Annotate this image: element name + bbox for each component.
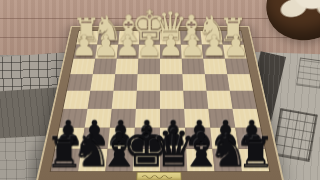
- square-h1: ♜: [76, 31, 99, 44]
- board-squares: ♜♞♝♚♛♝♞♜♟♟♟♟♟♟♟♟♟♟♟♟♟♟♟♟♜♞♝♚♛♝♞♜: [51, 31, 269, 171]
- square-a5: [230, 91, 257, 109]
- square-a3: [225, 59, 250, 74]
- white-rook: ♜: [219, 15, 248, 46]
- square-a7: ♟: [235, 128, 264, 149]
- square-g8: ♞: [78, 149, 108, 172]
- square-d2: ♟: [160, 44, 182, 58]
- brand-plaque: [136, 172, 182, 180]
- square-b2: ♟: [202, 44, 225, 58]
- square-f8: ♝: [105, 149, 133, 172]
- plaque-signature-squiggle: [140, 173, 178, 179]
- square-f6: [110, 108, 136, 127]
- square-d1: ♛: [160, 31, 181, 44]
- square-a6: [232, 108, 260, 127]
- square-g7: ♟: [82, 128, 110, 149]
- square-h5: [63, 91, 90, 109]
- square-b5: [206, 91, 232, 109]
- square-c2: ♟: [181, 44, 203, 58]
- chess-board: ♜♞♝♚♛♝♞♜♟♟♟♟♟♟♟♟♟♟♟♟♟♟♟♟♜♞♝♚♛♝♞♜: [35, 26, 285, 180]
- square-a1: ♜: [221, 31, 244, 44]
- square-a8: ♜: [238, 149, 269, 172]
- square-h3: [70, 59, 95, 74]
- photo-frame: ♜♞♝♚♛♝♞♜♟♟♟♟♟♟♟♟♟♟♟♟♟♟♟♟♜♞♝♚♛♝♞♜: [0, 0, 320, 180]
- square-a2: ♟: [223, 44, 247, 58]
- square-h6: [60, 108, 88, 127]
- square-b1: ♞: [200, 31, 222, 44]
- square-e3: [138, 59, 160, 74]
- square-c6: [184, 108, 210, 127]
- square-c4: [182, 74, 206, 91]
- square-e5: [136, 91, 160, 109]
- square-g3: [93, 59, 117, 74]
- square-h2: ♟: [73, 44, 97, 58]
- square-e7: ♟: [134, 128, 160, 149]
- rug-patch-grid-square: [296, 57, 320, 88]
- square-a4: [227, 74, 253, 91]
- square-c8: ♝: [186, 149, 214, 172]
- square-b4: [205, 74, 230, 91]
- square-e4: [137, 74, 160, 91]
- square-h4: [67, 74, 93, 91]
- square-c1: ♝: [180, 31, 202, 44]
- square-f2: ♟: [117, 44, 139, 58]
- square-b3: [203, 59, 227, 74]
- square-f1: ♝: [118, 31, 140, 44]
- square-e1: ♚: [139, 31, 160, 44]
- square-d6: [160, 108, 185, 127]
- square-b7: ♟: [210, 128, 238, 149]
- square-f4: [114, 74, 138, 91]
- square-e6: [135, 108, 160, 127]
- square-g6: [85, 108, 112, 127]
- board-scene: ♜♞♝♚♛♝♞♜♟♟♟♟♟♟♟♟♟♟♟♟♟♟♟♟♜♞♝♚♛♝♞♜: [35, 0, 285, 180]
- square-d4: [160, 74, 183, 91]
- square-b6: [208, 108, 235, 127]
- square-g5: [88, 91, 114, 109]
- square-d5: [160, 91, 184, 109]
- square-c7: ♟: [185, 128, 212, 149]
- square-g1: ♞: [97, 31, 119, 44]
- square-b8: ♞: [212, 149, 242, 172]
- square-g2: ♟: [95, 44, 118, 58]
- square-d3: [160, 59, 182, 74]
- square-e2: ♟: [138, 44, 160, 58]
- square-c5: [183, 91, 208, 109]
- square-h7: ♟: [55, 128, 84, 149]
- square-f3: [115, 59, 138, 74]
- square-d8: ♛: [160, 149, 187, 172]
- square-c3: [182, 59, 205, 74]
- square-e8: ♚: [133, 149, 160, 172]
- square-h8: ♜: [51, 149, 82, 172]
- square-f7: ♟: [108, 128, 135, 149]
- square-f5: [112, 91, 137, 109]
- square-d7: ♟: [160, 128, 186, 149]
- square-g4: [90, 74, 115, 91]
